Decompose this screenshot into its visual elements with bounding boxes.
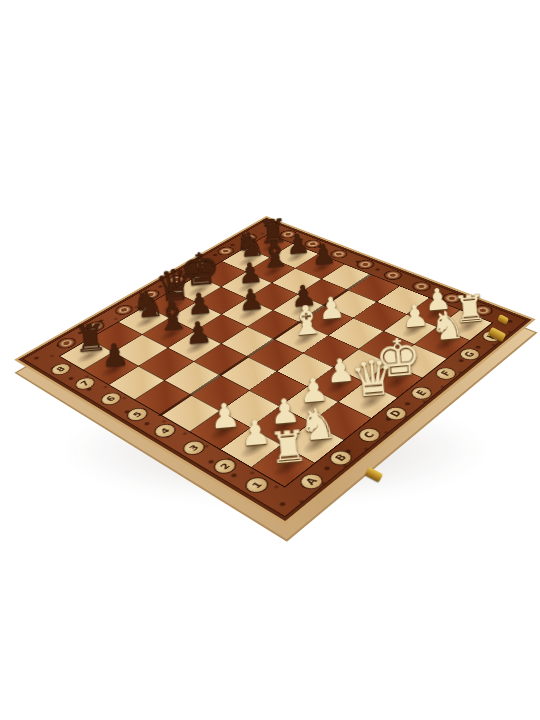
board-tilt-wrapper: ♜♞♛♚♞♜♟♝♟♟♝♟♟♟♟♟♝♟♟♟♟♟♟♟♟♜♞♛♚♞♜ 87654321…	[0, 0, 540, 720]
white-bishop-glyph: ♝	[281, 298, 333, 342]
rank-label-7: 7	[71, 375, 99, 392]
square-a7[interactable]: ♟	[84, 352, 139, 384]
board-grid: ♜♞♛♚♞♜♟♝♟♟♝♟♟♟♟♟♝♟♟♟♟♟♟♟♟♜♞♛♚♞♜	[59, 234, 493, 488]
white-knight-glyph: ♞	[421, 304, 474, 347]
rank-label-8: 8	[47, 361, 74, 377]
product-photo-stage: ♜♞♛♚♞♜♟♝♟♟♝♟♟♟♟♟♝♟♟♟♟♟♟♟♟♜♞♛♚♞♜ 87654321…	[0, 0, 540, 720]
black-pawn-glyph: ♟	[227, 284, 276, 317]
black-pawn-glyph: ♟	[173, 316, 224, 350]
white-rook-glyph: ♜	[258, 423, 318, 471]
black-pawn-glyph: ♟	[90, 338, 142, 373]
perspective-scene: ♜♞♛♚♞♜♟♝♟♟♝♟♟♟♟♟♝♟♟♟♟♟♟♟♟♜♞♛♚♞♜ 87654321…	[0, 0, 540, 720]
square-a1[interactable]: ♜	[252, 444, 315, 486]
chess-board: ♜♞♛♚♞♜♟♝♟♟♝♟♟♟♟♟♝♟♟♟♟♟♟♟♟♜♞♛♚♞♜ 87654321…	[18, 218, 531, 521]
white-queen-glyph: ♛	[344, 351, 401, 405]
